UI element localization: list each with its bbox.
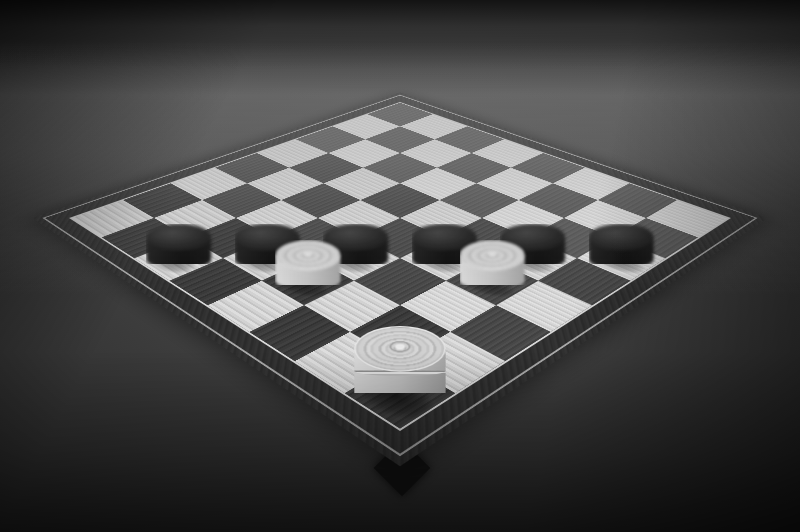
square-c1[interactable]	[135, 237, 223, 280]
king-stack-seam	[354, 370, 445, 375]
square-g4[interactable]	[446, 258, 538, 305]
square-h1[interactable]	[345, 361, 455, 428]
photo-stage	[0, 0, 800, 532]
board-3d	[32, 92, 767, 466]
king-top-rings	[354, 326, 445, 372]
checker-top	[460, 240, 525, 270]
checker-top	[275, 240, 340, 270]
board-frame	[32, 92, 767, 466]
king-upper-disc	[354, 348, 445, 370]
checker-top	[146, 224, 211, 251]
playing-area	[69, 102, 731, 431]
checker-top	[589, 224, 654, 251]
